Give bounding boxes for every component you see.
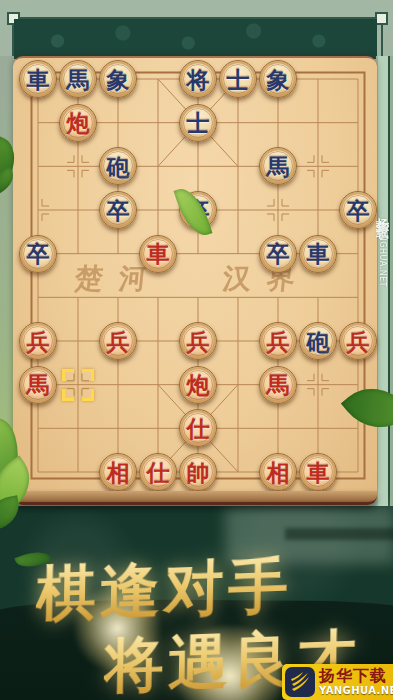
piece-character: 相 [107, 461, 130, 484]
piece-red-soldier[interactable]: 兵 [179, 322, 217, 360]
piece-character: 炮 [67, 111, 90, 134]
piece-black-elephant[interactable]: 象 [259, 60, 297, 98]
piece-character: 車 [147, 242, 170, 265]
piece-red-soldier[interactable]: 兵 [339, 322, 377, 360]
piece-character: 兵 [107, 330, 130, 353]
piece-black-soldier[interactable]: 卒 [339, 191, 377, 229]
background-landscape [285, 528, 393, 540]
piece-character: 卒 [347, 199, 370, 222]
xiangqi-app-screen: 棋逢对手 将遇良才 楚河 汉界 車馬象将士象炮士砲馬卒卒卒卒車卒車兵兵兵兵砲兵馬… [0, 0, 393, 700]
board-surface[interactable]: 楚河 汉界 車馬象将士象炮士砲馬卒卒卒卒車卒車兵兵兵兵砲兵馬炮馬仕相仕帥相車 [13, 56, 377, 491]
watermark-text: 扬华下载 [375, 208, 390, 216]
piece-red-chariot[interactable]: 車 [139, 235, 177, 273]
piece-character: 車 [307, 461, 330, 484]
piece-black-general[interactable]: 将 [179, 60, 217, 98]
piece-character: 帥 [187, 461, 210, 484]
piece-red-soldier[interactable]: 兵 [19, 322, 57, 360]
selected-square-marker [62, 369, 94, 401]
piece-character: 卒 [27, 242, 50, 265]
logo-domain: YANGHUA.NET [319, 686, 393, 696]
piece-black-advisor[interactable]: 士 [179, 104, 217, 142]
piece-red-soldier[interactable]: 兵 [259, 322, 297, 360]
piece-character: 車 [27, 68, 50, 91]
piece-character: 卒 [107, 199, 130, 222]
piece-black-elephant[interactable]: 象 [99, 60, 137, 98]
piece-character: 兵 [347, 330, 370, 353]
piece-character: 兵 [27, 330, 50, 353]
yanghua-swirl-icon [285, 667, 315, 697]
piece-black-chariot[interactable]: 車 [299, 235, 337, 273]
piece-character: 仕 [147, 461, 170, 484]
piece-red-horse[interactable]: 馬 [259, 366, 297, 404]
piece-black-chariot[interactable]: 車 [19, 60, 57, 98]
piece-red-advisor[interactable]: 仕 [139, 453, 177, 491]
piece-character: 兵 [187, 330, 210, 353]
watermark-domain: YANGHUA.NET [378, 224, 387, 287]
piece-red-horse[interactable]: 馬 [19, 366, 57, 404]
header-pattern-band [14, 19, 377, 59]
piece-black-cannon[interactable]: 砲 [299, 322, 337, 360]
piece-black-advisor[interactable]: 士 [219, 60, 257, 98]
piece-red-cannon[interactable]: 炮 [179, 366, 217, 404]
piece-black-soldier[interactable]: 卒 [259, 235, 297, 273]
piece-character: 仕 [187, 417, 210, 440]
piece-character: 象 [107, 68, 130, 91]
piece-character: 象 [267, 68, 290, 91]
piece-red-elephant[interactable]: 相 [259, 453, 297, 491]
piece-black-soldier[interactable]: 卒 [99, 191, 137, 229]
xiangqi-board[interactable]: 楚河 汉界 車馬象将士象炮士砲馬卒卒卒卒車卒車兵兵兵兵砲兵馬炮馬仕相仕帥相車 [13, 56, 377, 505]
piece-red-soldier[interactable]: 兵 [99, 322, 137, 360]
piece-character: 士 [187, 111, 210, 134]
piece-red-general[interactable]: 帥 [179, 453, 217, 491]
piece-character: 馬 [267, 155, 290, 178]
piece-red-chariot[interactable]: 車 [299, 453, 337, 491]
piece-character: 卒 [267, 242, 290, 265]
piece-red-cannon[interactable]: 炮 [59, 104, 97, 142]
piece-character: 相 [267, 461, 290, 484]
piece-character: 砲 [307, 330, 330, 353]
piece-character: 馬 [67, 68, 90, 91]
board-edge-3d [13, 491, 377, 505]
piece-character: 馬 [267, 373, 290, 396]
piece-red-elephant[interactable]: 相 [99, 453, 137, 491]
piece-character: 砲 [107, 155, 130, 178]
piece-character: 兵 [267, 330, 290, 353]
logo-title: 扬华下载 [319, 668, 393, 684]
piece-character: 将 [187, 68, 210, 91]
piece-black-horse[interactable]: 馬 [59, 60, 97, 98]
yanghua-logo-banner[interactable]: 扬华下载 YANGHUA.NET [282, 664, 393, 700]
piece-black-soldier[interactable]: 卒 [19, 235, 57, 273]
site-watermark: 扬华下载 YANGHUA.NET [373, 208, 392, 287]
piece-character: 馬 [27, 373, 50, 396]
piece-character: 士 [227, 68, 250, 91]
piece-character: 車 [307, 242, 330, 265]
piece-character: 炮 [187, 373, 210, 396]
